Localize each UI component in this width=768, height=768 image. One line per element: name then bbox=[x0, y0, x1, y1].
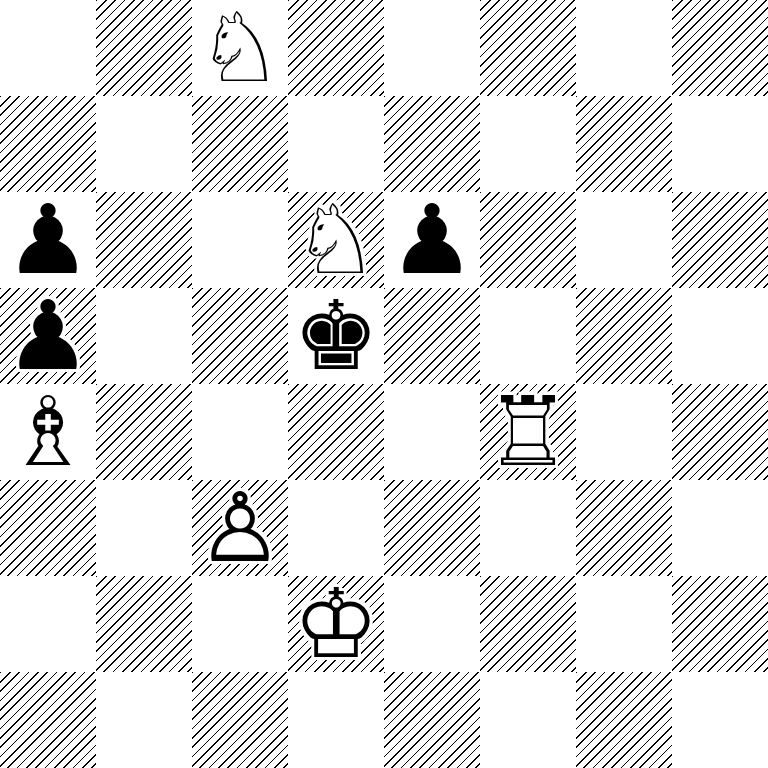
piece-black-pawn-e6[interactable]: ♟ bbox=[384, 192, 480, 288]
piece-white-rook-f4[interactable]: ♖ bbox=[480, 384, 576, 480]
square-a3[interactable] bbox=[0, 480, 96, 576]
square-f3[interactable] bbox=[480, 480, 576, 576]
square-d2[interactable]: ♚♔ bbox=[288, 576, 384, 672]
square-c8[interactable]: ♞♘ bbox=[192, 0, 288, 96]
square-h6[interactable] bbox=[672, 192, 768, 288]
square-g8[interactable] bbox=[576, 0, 672, 96]
square-d6[interactable]: ♞♘ bbox=[288, 192, 384, 288]
square-b5[interactable] bbox=[96, 288, 192, 384]
square-e3[interactable] bbox=[384, 480, 480, 576]
piece-white-pawn-c3[interactable]: ♙ bbox=[192, 480, 288, 576]
square-g2[interactable] bbox=[576, 576, 672, 672]
piece-white-bishop-a4[interactable]: ♗ bbox=[0, 384, 96, 480]
square-a1[interactable] bbox=[0, 672, 96, 768]
piece-black-pawn-a6[interactable]: ♟ bbox=[0, 192, 96, 288]
square-b2[interactable] bbox=[96, 576, 192, 672]
square-f1[interactable] bbox=[480, 672, 576, 768]
square-g7[interactable] bbox=[576, 96, 672, 192]
square-e6[interactable]: ♟ bbox=[384, 192, 480, 288]
square-f8[interactable] bbox=[480, 0, 576, 96]
square-h3[interactable] bbox=[672, 480, 768, 576]
square-c2[interactable] bbox=[192, 576, 288, 672]
square-e1[interactable] bbox=[384, 672, 480, 768]
square-d4[interactable] bbox=[288, 384, 384, 480]
piece-white-knight-c8[interactable]: ♘ bbox=[192, 0, 288, 96]
square-b1[interactable] bbox=[96, 672, 192, 768]
square-b6[interactable] bbox=[96, 192, 192, 288]
square-h5[interactable] bbox=[672, 288, 768, 384]
square-g3[interactable] bbox=[576, 480, 672, 576]
square-h1[interactable] bbox=[672, 672, 768, 768]
square-c3[interactable]: ♟♙ bbox=[192, 480, 288, 576]
square-e8[interactable] bbox=[384, 0, 480, 96]
square-b3[interactable] bbox=[96, 480, 192, 576]
square-d7[interactable] bbox=[288, 96, 384, 192]
square-b8[interactable] bbox=[96, 0, 192, 96]
piece-white-king-d2[interactable]: ♔ bbox=[288, 576, 384, 672]
square-g5[interactable] bbox=[576, 288, 672, 384]
piece-black-king-d5[interactable]: ♚ bbox=[288, 288, 384, 384]
square-a4[interactable]: ♝♗ bbox=[0, 384, 96, 480]
square-b7[interactable] bbox=[96, 96, 192, 192]
square-a8[interactable] bbox=[0, 0, 96, 96]
square-a7[interactable] bbox=[0, 96, 96, 192]
square-e5[interactable] bbox=[384, 288, 480, 384]
square-d3[interactable] bbox=[288, 480, 384, 576]
square-d8[interactable] bbox=[288, 0, 384, 96]
square-c5[interactable] bbox=[192, 288, 288, 384]
piece-white-knight-d6[interactable]: ♘ bbox=[288, 192, 384, 288]
square-h8[interactable] bbox=[672, 0, 768, 96]
square-c6[interactable] bbox=[192, 192, 288, 288]
square-a5[interactable]: ♟ bbox=[0, 288, 96, 384]
square-g1[interactable] bbox=[576, 672, 672, 768]
piece-black-pawn-a5[interactable]: ♟ bbox=[0, 288, 96, 384]
square-h7[interactable] bbox=[672, 96, 768, 192]
square-b4[interactable] bbox=[96, 384, 192, 480]
square-f7[interactable] bbox=[480, 96, 576, 192]
square-f5[interactable] bbox=[480, 288, 576, 384]
chess-board: ♞♘♟♞♘♟♟♚♝♗♜♖♟♙♚♔ bbox=[0, 0, 768, 768]
square-e4[interactable] bbox=[384, 384, 480, 480]
square-d1[interactable] bbox=[288, 672, 384, 768]
square-d5[interactable]: ♚ bbox=[288, 288, 384, 384]
square-a2[interactable] bbox=[0, 576, 96, 672]
square-c1[interactable] bbox=[192, 672, 288, 768]
square-g4[interactable] bbox=[576, 384, 672, 480]
square-a6[interactable]: ♟ bbox=[0, 192, 96, 288]
square-e2[interactable] bbox=[384, 576, 480, 672]
square-c7[interactable] bbox=[192, 96, 288, 192]
square-f2[interactable] bbox=[480, 576, 576, 672]
square-h4[interactable] bbox=[672, 384, 768, 480]
square-e7[interactable] bbox=[384, 96, 480, 192]
square-h2[interactable] bbox=[672, 576, 768, 672]
square-f6[interactable] bbox=[480, 192, 576, 288]
square-g6[interactable] bbox=[576, 192, 672, 288]
square-f4[interactable]: ♜♖ bbox=[480, 384, 576, 480]
square-c4[interactable] bbox=[192, 384, 288, 480]
